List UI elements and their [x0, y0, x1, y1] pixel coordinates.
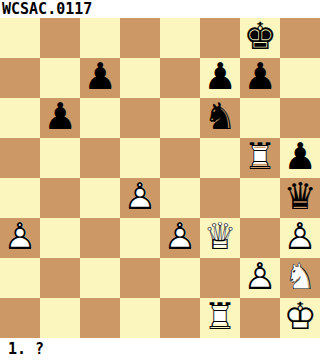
piece-white-queen: ♛♕ — [200, 218, 240, 258]
piece-white-knight: ♞♘ — [280, 258, 320, 298]
square-d1[interactable] — [120, 298, 160, 338]
square-c3[interactable] — [80, 218, 120, 258]
square-g1[interactable] — [240, 298, 280, 338]
square-c2[interactable] — [80, 258, 120, 298]
square-a6[interactable] — [0, 98, 40, 138]
square-b6[interactable]: ♟ — [40, 98, 80, 138]
piece-black-king: ♚ — [240, 18, 280, 58]
square-e2[interactable] — [160, 258, 200, 298]
piece-white-rook: ♜♖ — [200, 298, 240, 338]
black-piece-glyph: ♟ — [40, 97, 80, 137]
square-g2[interactable]: ♟♙ — [240, 258, 280, 298]
black-piece-glyph: ♚ — [240, 17, 280, 57]
square-h5[interactable]: ♟ — [280, 138, 320, 178]
square-c1[interactable] — [80, 298, 120, 338]
square-c4[interactable] — [80, 178, 120, 218]
black-piece-glyph: ♟ — [200, 57, 240, 97]
square-h2[interactable]: ♞♘ — [280, 258, 320, 298]
square-e6[interactable] — [160, 98, 200, 138]
square-f4[interactable] — [200, 178, 240, 218]
white-piece-outline: ♖ — [200, 297, 240, 337]
square-a2[interactable] — [0, 258, 40, 298]
square-d2[interactable] — [120, 258, 160, 298]
square-b4[interactable] — [40, 178, 80, 218]
white-piece-fill: ♟ — [120, 177, 160, 217]
white-piece-fill: ♟ — [240, 257, 280, 297]
piece-white-pawn: ♟♙ — [0, 218, 40, 258]
white-piece-outline: ♙ — [0, 217, 40, 257]
piece-black-queen: ♛ — [280, 178, 320, 218]
square-d7[interactable] — [120, 58, 160, 98]
white-piece-outline: ♖ — [240, 137, 280, 177]
square-e7[interactable] — [160, 58, 200, 98]
white-piece-fill: ♟ — [280, 217, 320, 257]
square-e1[interactable] — [160, 298, 200, 338]
square-g8[interactable]: ♚ — [240, 18, 280, 58]
square-f8[interactable] — [200, 18, 240, 58]
square-a5[interactable] — [0, 138, 40, 178]
white-piece-outline: ♙ — [280, 217, 320, 257]
square-h4[interactable]: ♛ — [280, 178, 320, 218]
puzzle-id: WCSAC.0117 — [0, 0, 92, 18]
square-a7[interactable] — [0, 58, 40, 98]
diagram-footer: 1. ? — [0, 338, 320, 360]
move-prompt: 1. ? — [0, 338, 44, 360]
piece-white-pawn: ♟♙ — [280, 218, 320, 258]
white-piece-fill: ♞ — [280, 257, 320, 297]
white-piece-fill: ♟ — [0, 217, 40, 257]
piece-white-king: ♚♔ — [280, 298, 320, 338]
square-d3[interactable] — [120, 218, 160, 258]
piece-black-pawn: ♟ — [240, 58, 280, 98]
square-b2[interactable] — [40, 258, 80, 298]
square-g5[interactable]: ♜♖ — [240, 138, 280, 178]
square-g6[interactable] — [240, 98, 280, 138]
piece-black-pawn: ♟ — [200, 58, 240, 98]
piece-white-pawn: ♟♙ — [120, 178, 160, 218]
square-g4[interactable] — [240, 178, 280, 218]
white-piece-fill: ♜ — [200, 297, 240, 337]
white-piece-outline: ♔ — [280, 297, 320, 337]
square-b8[interactable] — [40, 18, 80, 58]
square-g3[interactable] — [240, 218, 280, 258]
piece-white-pawn: ♟♙ — [160, 218, 200, 258]
square-h8[interactable] — [280, 18, 320, 58]
square-d6[interactable] — [120, 98, 160, 138]
square-c8[interactable] — [80, 18, 120, 58]
white-piece-outline: ♘ — [280, 257, 320, 297]
square-g7[interactable]: ♟ — [240, 58, 280, 98]
square-d8[interactable] — [120, 18, 160, 58]
white-piece-fill: ♛ — [200, 217, 240, 257]
square-c7[interactable]: ♟ — [80, 58, 120, 98]
white-piece-fill: ♜ — [240, 137, 280, 177]
square-d5[interactable] — [120, 138, 160, 178]
square-a8[interactable] — [0, 18, 40, 58]
piece-white-rook: ♜♖ — [240, 138, 280, 178]
square-h3[interactable]: ♟♙ — [280, 218, 320, 258]
square-b7[interactable] — [40, 58, 80, 98]
square-b3[interactable] — [40, 218, 80, 258]
square-a4[interactable] — [0, 178, 40, 218]
square-f3[interactable]: ♛♕ — [200, 218, 240, 258]
black-piece-glyph: ♟ — [80, 57, 120, 97]
square-c6[interactable] — [80, 98, 120, 138]
black-piece-glyph: ♞ — [200, 97, 240, 137]
white-piece-fill: ♟ — [160, 217, 200, 257]
square-e3[interactable]: ♟♙ — [160, 218, 200, 258]
square-f5[interactable] — [200, 138, 240, 178]
white-piece-outline: ♙ — [240, 257, 280, 297]
white-piece-outline: ♕ — [200, 217, 240, 257]
square-e4[interactable] — [160, 178, 200, 218]
square-f1[interactable]: ♜♖ — [200, 298, 240, 338]
square-d4[interactable]: ♟♙ — [120, 178, 160, 218]
piece-black-pawn: ♟ — [40, 98, 80, 138]
white-piece-outline: ♙ — [120, 177, 160, 217]
square-b1[interactable] — [40, 298, 80, 338]
white-piece-outline: ♙ — [160, 217, 200, 257]
square-c5[interactable] — [80, 138, 120, 178]
square-h7[interactable] — [280, 58, 320, 98]
square-e8[interactable] — [160, 18, 200, 58]
black-piece-glyph: ♟ — [280, 137, 320, 177]
diagram-header: WCSAC.0117 — [0, 0, 320, 18]
square-e5[interactable] — [160, 138, 200, 178]
square-h6[interactable] — [280, 98, 320, 138]
square-f6[interactable]: ♞ — [200, 98, 240, 138]
piece-black-pawn: ♟ — [80, 58, 120, 98]
square-f7[interactable]: ♟ — [200, 58, 240, 98]
white-piece-fill: ♚ — [280, 297, 320, 337]
square-a1[interactable] — [0, 298, 40, 338]
black-piece-glyph: ♟ — [240, 57, 280, 97]
black-piece-glyph: ♛ — [280, 177, 320, 217]
piece-white-pawn: ♟♙ — [240, 258, 280, 298]
square-h1[interactable]: ♚♔ — [280, 298, 320, 338]
piece-black-knight: ♞ — [200, 98, 240, 138]
chess-board: ♚♟♟♟♟♞♜♖♟♟♙♛♟♙♟♙♛♕♟♙♟♙♞♘♜♖♚♔ — [0, 18, 320, 338]
square-a3[interactable]: ♟♙ — [0, 218, 40, 258]
square-f2[interactable] — [200, 258, 240, 298]
square-b5[interactable] — [40, 138, 80, 178]
piece-black-pawn: ♟ — [280, 138, 320, 178]
chess-diagram: WCSAC.0117 ♚♟♟♟♟♞♜♖♟♟♙♛♟♙♟♙♛♕♟♙♟♙♞♘♜♖♚♔ … — [0, 0, 320, 360]
